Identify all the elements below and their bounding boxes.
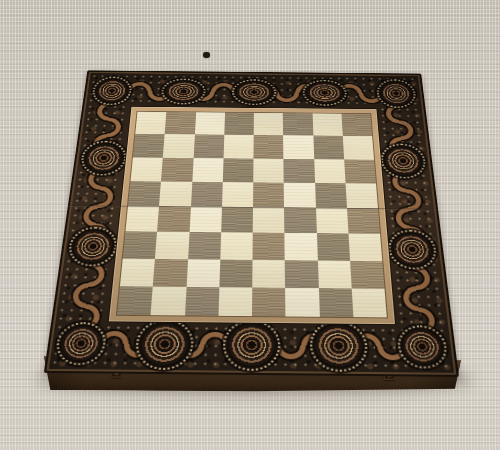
square-h5[interactable]: [345, 183, 378, 208]
square-b3[interactable]: [155, 232, 189, 259]
square-g6[interactable]: [314, 159, 346, 183]
square-h7[interactable]: [343, 136, 374, 159]
square-e7[interactable]: [253, 135, 283, 158]
square-c3[interactable]: [188, 232, 221, 259]
rosette-medallion: [232, 79, 276, 105]
square-e8[interactable]: [254, 113, 284, 136]
photo-scene: [0, 0, 500, 450]
square-d7[interactable]: [223, 135, 253, 158]
square-f3[interactable]: [285, 233, 318, 260]
square-e2[interactable]: [252, 259, 285, 287]
square-h4[interactable]: [347, 208, 380, 234]
board-frame: [109, 107, 395, 324]
square-f7[interactable]: [283, 135, 313, 158]
square-g3[interactable]: [316, 233, 349, 260]
board-perspective-wrap: [44, 70, 459, 376]
square-b2[interactable]: [153, 259, 188, 287]
square-e5[interactable]: [253, 182, 284, 207]
square-g5[interactable]: [315, 183, 347, 208]
square-f6[interactable]: [284, 159, 315, 183]
square-b6[interactable]: [161, 157, 193, 181]
square-e4[interactable]: [253, 207, 285, 233]
square-f1[interactable]: [285, 288, 319, 317]
square-h6[interactable]: [344, 159, 376, 183]
square-b8[interactable]: [165, 112, 196, 135]
hinge-pin: [203, 52, 210, 58]
square-d5[interactable]: [222, 182, 253, 207]
square-a4[interactable]: [125, 206, 159, 232]
square-g4[interactable]: [315, 208, 348, 234]
square-d2[interactable]: [219, 259, 252, 287]
square-b4[interactable]: [157, 206, 190, 232]
rosette-medallion: [54, 322, 108, 366]
square-e1[interactable]: [252, 287, 286, 316]
square-d3[interactable]: [220, 232, 253, 259]
rosette-medallion: [309, 320, 369, 372]
square-f4[interactable]: [284, 207, 316, 233]
rosette-medallion: [302, 80, 347, 106]
square-a5[interactable]: [128, 181, 161, 206]
square-a2[interactable]: [120, 258, 155, 286]
square-e3[interactable]: [252, 233, 284, 260]
square-b5[interactable]: [159, 181, 192, 206]
rosette-medallion: [387, 230, 438, 270]
square-f8[interactable]: [283, 113, 313, 136]
playing-field: [117, 112, 387, 318]
square-a1[interactable]: [117, 286, 153, 315]
square-a8[interactable]: [135, 112, 166, 135]
square-h8[interactable]: [341, 114, 372, 137]
rosette-medallion: [67, 227, 119, 267]
square-c5[interactable]: [191, 182, 223, 207]
square-g7[interactable]: [313, 136, 344, 159]
square-a7[interactable]: [133, 134, 165, 157]
square-d1[interactable]: [218, 287, 252, 316]
square-c2[interactable]: [186, 259, 220, 287]
carving-arc: [276, 332, 306, 359]
square-b1[interactable]: [151, 286, 186, 315]
square-c7[interactable]: [193, 135, 224, 158]
square-b7[interactable]: [163, 134, 194, 157]
rosette-medallion: [134, 319, 195, 370]
square-d4[interactable]: [221, 207, 253, 233]
square-f2[interactable]: [285, 260, 318, 288]
rosette-medallion: [379, 143, 427, 178]
square-e6[interactable]: [253, 158, 284, 182]
rosette-medallion: [222, 320, 280, 371]
rosette-medallion: [396, 325, 449, 369]
square-c1[interactable]: [184, 287, 219, 316]
square-d6[interactable]: [223, 158, 254, 182]
rosette-medallion: [91, 76, 133, 105]
square-g2[interactable]: [317, 260, 351, 288]
square-a6[interactable]: [130, 157, 163, 181]
square-h1[interactable]: [351, 288, 386, 317]
square-c4[interactable]: [189, 206, 222, 232]
rosette-medallion: [79, 141, 128, 176]
chess-board: [44, 70, 459, 376]
square-c8[interactable]: [194, 112, 224, 135]
carving-arc: [74, 263, 105, 287]
square-a3[interactable]: [123, 232, 158, 259]
square-c6[interactable]: [192, 158, 223, 182]
square-h2[interactable]: [350, 260, 385, 288]
square-g8[interactable]: [312, 113, 342, 136]
square-d8[interactable]: [224, 113, 254, 136]
square-f5[interactable]: [284, 182, 316, 207]
square-g1[interactable]: [318, 288, 353, 317]
square-h3[interactable]: [348, 234, 382, 261]
rosette-medallion: [376, 79, 417, 108]
